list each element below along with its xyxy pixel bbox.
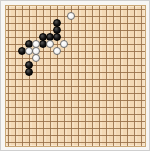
white-stone (46, 40, 54, 48)
black-stone (53, 33, 61, 41)
page-background (0, 0, 150, 151)
white-stone (32, 54, 40, 62)
gomoku-board[interactable] (5, 5, 146, 147)
white-stone (53, 47, 61, 55)
black-stone (25, 68, 33, 76)
board-grid-lines (6, 6, 145, 146)
white-stone (60, 40, 68, 48)
white-stone (67, 12, 75, 20)
